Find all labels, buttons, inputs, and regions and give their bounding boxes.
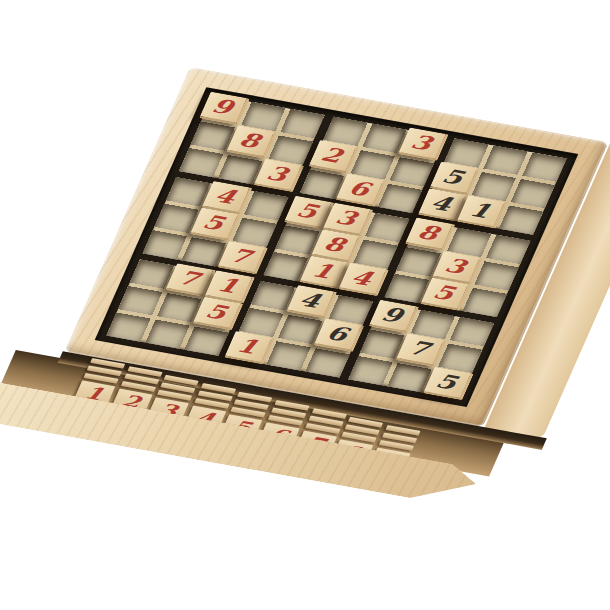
grid-cell[interactable]: 4 xyxy=(342,266,386,295)
tile-digit: 5 xyxy=(294,199,321,221)
grid-cell[interactable] xyxy=(365,213,409,242)
grid-cell[interactable]: 2 xyxy=(312,143,356,172)
tile-digit: 4 xyxy=(428,192,455,214)
tile-digit: 5 xyxy=(433,371,460,393)
tile-digit: 9 xyxy=(379,303,406,325)
grid-cell[interactable]: 4 xyxy=(290,288,334,317)
grid-box: 461 xyxy=(227,281,373,377)
tile-digit: 7 xyxy=(406,337,433,359)
tile-digit: 4 xyxy=(212,185,239,207)
grid-cell[interactable]: 1 xyxy=(460,199,504,228)
grid-cell[interactable]: 5 xyxy=(196,300,240,329)
tile-digit: 1 xyxy=(234,335,261,357)
tile-digit: 8 xyxy=(321,233,348,255)
grid-box: 975 xyxy=(348,303,494,399)
grid-cell[interactable] xyxy=(184,327,228,356)
tile-digit: 3 xyxy=(408,131,435,153)
product-photo: 98332654145753814835715461975 123456789 xyxy=(0,0,610,610)
tile-digit: 3 xyxy=(442,255,469,277)
tile-digit: 5 xyxy=(203,300,230,322)
number-tile[interactable]: 3 xyxy=(398,127,449,161)
grid-cell[interactable]: 5 xyxy=(193,211,237,240)
grid-cell[interactable] xyxy=(118,286,162,315)
number-tile[interactable]: 7 xyxy=(217,241,268,275)
grid-box: 53814 xyxy=(264,199,410,295)
grid-cell[interactable] xyxy=(179,148,223,177)
tile-digit: 8 xyxy=(237,129,264,151)
grid-cell[interactable] xyxy=(378,184,422,213)
grid-cell[interactable] xyxy=(280,109,324,138)
grid-cell[interactable] xyxy=(450,317,494,346)
number-tile[interactable]: 6 xyxy=(314,319,365,353)
tile-digit: 9 xyxy=(209,95,236,117)
number-tile[interactable]: 5 xyxy=(423,367,474,401)
grid-cell[interactable] xyxy=(483,145,527,174)
tile-digit: 4 xyxy=(297,289,324,311)
tile-digit: 5 xyxy=(440,165,467,187)
grid-cell[interactable] xyxy=(266,341,310,370)
grid-cell[interactable]: 3 xyxy=(257,162,301,191)
grid-cell[interactable] xyxy=(305,348,349,377)
grid-cell[interactable] xyxy=(390,157,434,186)
number-tile[interactable]: 3 xyxy=(254,159,305,193)
tile-digit: 4 xyxy=(349,267,376,289)
tile-digit: 1 xyxy=(215,274,242,296)
grid-cell[interactable] xyxy=(145,320,189,349)
grid-cell[interactable]: 6 xyxy=(317,322,361,351)
tile-digit: 5 xyxy=(431,281,458,303)
number-tile[interactable]: 5 xyxy=(193,297,244,331)
grid-cell[interactable] xyxy=(486,235,530,264)
grid-cell[interactable] xyxy=(499,206,543,235)
grid-box: 983 xyxy=(179,95,325,191)
grid-cell[interactable]: 7 xyxy=(399,337,443,366)
grid-cell[interactable] xyxy=(463,288,507,317)
grid-cell[interactable] xyxy=(474,261,518,290)
tile-digit: 7 xyxy=(228,245,255,267)
tile-digit: 3 xyxy=(264,162,291,184)
grid-box: 541 xyxy=(421,138,567,234)
grid-cell[interactable] xyxy=(106,312,150,341)
grid-cell[interactable]: 5 xyxy=(426,370,470,399)
grid-cell[interactable]: 5 xyxy=(424,281,468,310)
tile-digit: 8 xyxy=(415,221,442,243)
tile-digit: 6 xyxy=(324,322,351,344)
grid-cell[interactable]: 1 xyxy=(227,334,271,363)
grid-cell[interactable]: 8 xyxy=(230,128,274,157)
grid-cell[interactable]: 3 xyxy=(401,131,445,160)
grid-box: 457 xyxy=(143,177,289,273)
tile-digit: 1 xyxy=(467,199,494,221)
tile-digit: 7 xyxy=(176,267,203,289)
grid-cell[interactable] xyxy=(511,179,555,208)
tile-digit: 5 xyxy=(200,211,227,233)
tile-digit: 6 xyxy=(346,177,373,199)
grid-cell[interactable] xyxy=(522,152,566,181)
grid-cell[interactable] xyxy=(244,191,288,220)
tile-digit: 2 xyxy=(319,144,346,166)
grid-cell[interactable] xyxy=(143,230,187,259)
tile-digit: 1 xyxy=(310,259,337,281)
grid-cell[interactable]: 6 xyxy=(339,177,383,206)
grid-cell[interactable] xyxy=(348,356,392,385)
grid-cell[interactable]: 8 xyxy=(408,221,452,250)
grid-cell[interactable]: 7 xyxy=(221,244,265,273)
grid-box: 835 xyxy=(385,221,531,317)
grid-cell[interactable]: 9 xyxy=(372,303,416,332)
sudoku-board: 98332654145753814835715461975 123456789 xyxy=(96,88,577,406)
grid-cell[interactable]: 9 xyxy=(202,95,246,124)
tile-digit: 3 xyxy=(333,206,360,228)
